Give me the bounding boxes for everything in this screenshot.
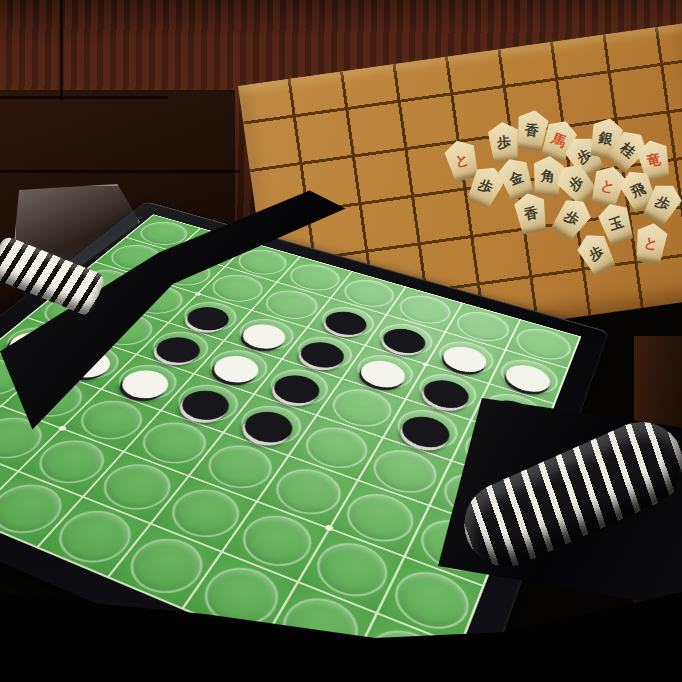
photo-stage: と歩香馬歩銀桂竜歩金角歩と飛歩香歩玉と歩 ●●●●●●●●●●●●●●●●●●●	[0, 0, 682, 682]
